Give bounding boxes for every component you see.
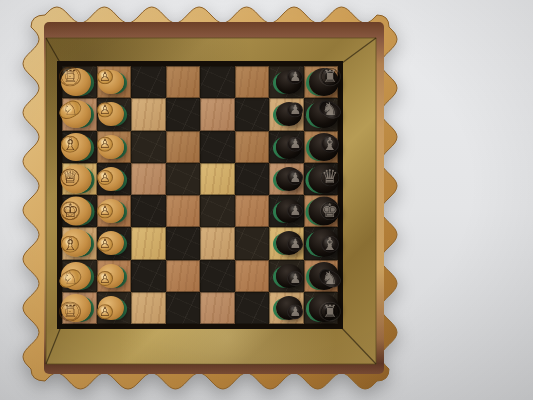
piece-black-pawn: ♟ [272,163,307,195]
square-c5 [200,131,235,163]
square-h3 [131,292,166,324]
piece-black-pawn: ♟ [272,98,307,130]
piece-black-bishop: ♝ [307,227,342,259]
piece-body [308,164,339,193]
piece-body [276,296,302,320]
piece-body [61,294,91,322]
square-h2: ♙ [97,292,132,324]
piece-glyph: ♖ [63,303,78,320]
piece-black-pawn: ♟ [272,260,307,292]
square-g8: ♞ [304,260,339,292]
square-c1: ♗ [62,131,97,163]
board-photo: ♖♙♟♜♘♙♟♞♗♙♟♝♕♙♟♛♔♙♟♚♗♙♟♝♘♙♟♞♖♙♟♜ [0,0,533,400]
piece-body [98,135,124,159]
piece-body [98,264,124,288]
piece-black-rook: ♜ [307,292,342,324]
piece-glyph: ♙ [99,104,111,117]
piece-glyph: ♗ [62,235,78,253]
square-d5 [200,163,235,195]
piece-body [61,133,91,161]
piece-top [97,103,113,118]
square-f6 [235,227,270,259]
square-b3 [131,98,166,130]
piece-body [98,167,124,191]
square-d8: ♛ [304,163,339,195]
chess-board: ♖♙♟♜♘♙♟♞♗♙♟♝♕♙♟♛♔♙♟♚♗♙♟♝♘♙♟♞♖♙♟♜ [62,66,338,324]
piece-black-pawn: ♟ [272,227,307,259]
piece-black-pawn: ♟ [272,131,307,163]
square-e1: ♔ [62,195,97,227]
piece-top [97,69,113,84]
piece-top [61,168,80,186]
square-c6 [235,131,270,163]
square-e8: ♚ [304,195,339,227]
piece-white-pawn: ♙ [94,66,129,98]
piece-body [98,102,124,126]
piece-glyph: ♜ [322,303,337,320]
square-h7: ♟ [269,292,304,324]
square-f7: ♟ [269,227,304,259]
piece-glyph: ♖ [63,68,78,85]
piece-body [309,133,339,161]
square-h4 [166,292,201,324]
piece-top [287,69,303,84]
piece-top [287,136,303,151]
square-a6 [235,66,270,98]
piece-body [61,100,91,128]
square-f1: ♗ [62,227,97,259]
square-d4 [166,163,201,195]
piece-black-pawn: ♟ [272,292,307,324]
piece-body [276,135,302,159]
square-e4 [166,195,201,227]
piece-body [61,229,91,257]
piece-glyph: ♙ [99,171,111,184]
piece-body [276,264,302,288]
square-f3 [131,227,166,259]
square-b6 [235,98,270,130]
piece-top [97,237,113,252]
square-c4 [166,131,201,163]
piece-white-pawn: ♙ [94,227,129,259]
piece-glyph: ♟ [289,204,301,217]
square-c2: ♙ [97,131,132,163]
piece-body [61,164,92,193]
piece-black-knight: ♞ [307,98,342,130]
square-e2: ♙ [97,195,132,227]
square-d3 [131,163,166,195]
piece-white-pawn: ♙ [94,260,129,292]
square-e7: ♟ [269,195,304,227]
piece-white-bishop: ♗ [59,227,94,259]
square-b5 [200,98,235,130]
piece-body [98,199,124,223]
piece-body [61,262,91,290]
piece-glyph: ♟ [289,271,301,284]
piece-body [276,102,302,126]
piece-glyph: ♝ [322,235,338,253]
piece-body [98,296,124,320]
square-b2: ♙ [97,98,132,130]
square-g3 [131,260,166,292]
piece-glyph: ♕ [62,167,79,186]
piece-top [97,204,113,219]
piece-top [287,103,303,118]
piece-black-king: ♚ [307,195,342,227]
square-a8: ♜ [304,66,339,98]
piece-white-pawn: ♙ [94,195,129,227]
piece-top [60,201,80,220]
piece-white-rook: ♖ [59,66,94,98]
piece-white-pawn: ♙ [94,98,129,130]
piece-body [309,262,339,290]
square-b4 [166,98,201,130]
piece-top [97,136,113,151]
piece-body [276,231,302,255]
piece-top [320,168,339,186]
piece-body [309,294,339,322]
piece-top [287,170,303,185]
piece-glyph: ♜ [322,68,337,85]
piece-glyph: ♙ [99,137,111,150]
square-b7: ♟ [269,98,304,130]
piece-top [321,135,339,152]
square-g5 [200,260,235,292]
square-e6 [235,195,270,227]
piece-glyph: ♙ [99,204,111,217]
piece-glyph: ♚ [321,201,338,220]
piece-body [98,70,124,94]
piece-top [287,304,303,319]
piece-white-knight: ♘ [59,260,94,292]
piece-top [61,236,79,253]
piece-glyph: ♘ [62,101,78,119]
piece-top [319,67,341,87]
piece-white-bishop: ♗ [59,131,94,163]
piece-glyph: ♙ [99,305,111,318]
square-g4 [166,260,201,292]
square-d1: ♕ [62,163,97,195]
square-a7: ♟ [269,66,304,98]
square-f8: ♝ [304,227,339,259]
piece-glyph: ♙ [99,70,111,83]
piece-glyph: ♔ [62,201,79,220]
square-e5 [200,195,235,227]
piece-body [276,199,302,223]
piece-glyph: ♞ [322,101,338,119]
piece-white-pawn: ♙ [94,131,129,163]
piece-top [287,237,303,252]
piece-white-pawn: ♙ [94,163,129,195]
piece-body [276,167,302,191]
square-f4 [166,227,201,259]
square-h1: ♖ [62,292,97,324]
piece-glyph: ♙ [99,271,111,284]
piece-white-pawn: ♙ [94,292,129,324]
piece-glyph: ♟ [289,104,301,117]
square-c8: ♝ [304,131,339,163]
piece-top [61,135,79,152]
piece-body [61,68,91,96]
piece-black-rook: ♜ [307,66,342,98]
piece-black-pawn: ♟ [272,195,307,227]
square-a4 [166,66,201,98]
piece-white-rook: ♖ [59,292,94,324]
piece-glyph: ♛ [321,167,338,186]
square-a1: ♖ [62,66,97,98]
square-c7: ♟ [269,131,304,163]
piece-top [320,201,340,220]
square-a5 [200,66,235,98]
piece-top [321,236,339,253]
piece-body [276,70,302,94]
piece-glyph: ♟ [289,305,301,318]
piece-top [97,304,113,319]
square-d2: ♙ [97,163,132,195]
piece-top [287,204,303,219]
piece-top [59,67,81,87]
piece-body [309,229,339,257]
piece-glyph: ♟ [289,70,301,83]
piece-glyph: ♗ [62,134,78,152]
piece-black-pawn: ♟ [272,66,307,98]
piece-body [309,68,339,96]
square-b1: ♘ [62,98,97,130]
piece-glyph: ♟ [289,137,301,150]
square-h5 [200,292,235,324]
piece-body [309,100,339,128]
square-g1: ♘ [62,260,97,292]
square-d7: ♟ [269,163,304,195]
piece-glyph: ♟ [289,171,301,184]
piece-top [97,271,113,286]
square-a3 [131,66,166,98]
piece-top [97,170,113,185]
piece-white-king: ♔ [59,195,94,227]
piece-black-bishop: ♝ [307,131,342,163]
piece-white-queen: ♕ [59,163,94,195]
square-f2: ♙ [97,227,132,259]
piece-top [59,301,81,321]
piece-glyph: ♙ [99,238,111,251]
piece-glyph: ♞ [322,268,338,286]
square-g7: ♟ [269,260,304,292]
square-a2: ♙ [97,66,132,98]
square-b8: ♞ [304,98,339,130]
square-g6 [235,260,270,292]
piece-glyph: ♘ [62,268,78,286]
square-d6 [235,163,270,195]
square-f5 [200,227,235,259]
piece-white-knight: ♘ [59,98,94,130]
piece-body [308,197,339,226]
piece-glyph: ♝ [322,134,338,152]
piece-black-queen: ♛ [307,163,342,195]
square-e3 [131,195,166,227]
square-h8: ♜ [304,292,339,324]
piece-black-knight: ♞ [307,260,342,292]
piece-top [319,301,341,321]
square-c3 [131,131,166,163]
square-h6 [235,292,270,324]
piece-body [98,231,124,255]
piece-glyph: ♟ [289,238,301,251]
piece-top [287,271,303,286]
square-g2: ♙ [97,260,132,292]
piece-body [61,197,92,226]
